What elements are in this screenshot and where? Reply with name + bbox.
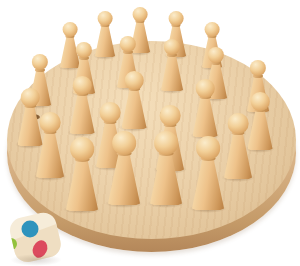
wooden-pawn[interactable] xyxy=(161,39,183,91)
wooden-pawn[interactable] xyxy=(95,11,115,57)
pawn-body xyxy=(122,88,147,129)
pawn-head xyxy=(120,36,136,52)
pawn-body xyxy=(161,55,183,91)
pawn-head xyxy=(169,11,184,26)
pawn-head xyxy=(208,47,224,63)
pawn-body xyxy=(224,133,252,179)
color-die[interactable] xyxy=(4,210,66,266)
pawn-head xyxy=(32,54,48,70)
pawn-body xyxy=(70,93,95,134)
pawn-head xyxy=(196,136,220,160)
pawn-head xyxy=(250,60,266,76)
memory-chess-scene xyxy=(0,0,300,266)
wooden-pawn[interactable] xyxy=(192,136,224,210)
pawn-head xyxy=(125,71,144,90)
pawn-head xyxy=(133,7,148,22)
pawn-head xyxy=(164,39,180,55)
die-green-dot xyxy=(5,238,17,250)
wooden-pawn[interactable] xyxy=(150,131,182,205)
die-shadow xyxy=(10,254,62,266)
pawn-head xyxy=(98,11,113,26)
pawn-head xyxy=(70,137,94,161)
wooden-pawn[interactable] xyxy=(66,137,98,211)
wooden-pawn[interactable] xyxy=(122,71,147,129)
pawn-head xyxy=(76,42,92,58)
pawn-head xyxy=(228,113,249,134)
pawn-head xyxy=(21,88,40,107)
pawn-head xyxy=(154,131,178,155)
pawn-head xyxy=(100,102,121,123)
pawn-head xyxy=(251,92,270,111)
wooden-pawn[interactable] xyxy=(224,113,252,179)
pawn-head xyxy=(205,22,220,37)
wooden-pawn[interactable] xyxy=(70,76,95,134)
pawn-body xyxy=(95,25,115,57)
pawn-body xyxy=(108,153,140,205)
pawn-head xyxy=(40,112,61,133)
pawn-head xyxy=(63,22,78,37)
die-blue-dot xyxy=(22,221,39,238)
pawn-head xyxy=(160,105,181,126)
pawn-body xyxy=(66,159,98,211)
pawn-head xyxy=(196,79,215,98)
wooden-pawn[interactable] xyxy=(108,131,140,205)
pawn-body xyxy=(36,132,64,178)
pawn-body xyxy=(192,158,224,210)
pawn-head xyxy=(112,131,136,155)
pawn-body xyxy=(150,153,182,205)
wooden-pawn[interactable] xyxy=(193,79,218,137)
pawn-head xyxy=(73,76,92,95)
wooden-pawn[interactable] xyxy=(36,112,64,178)
pawn-body xyxy=(193,96,218,137)
